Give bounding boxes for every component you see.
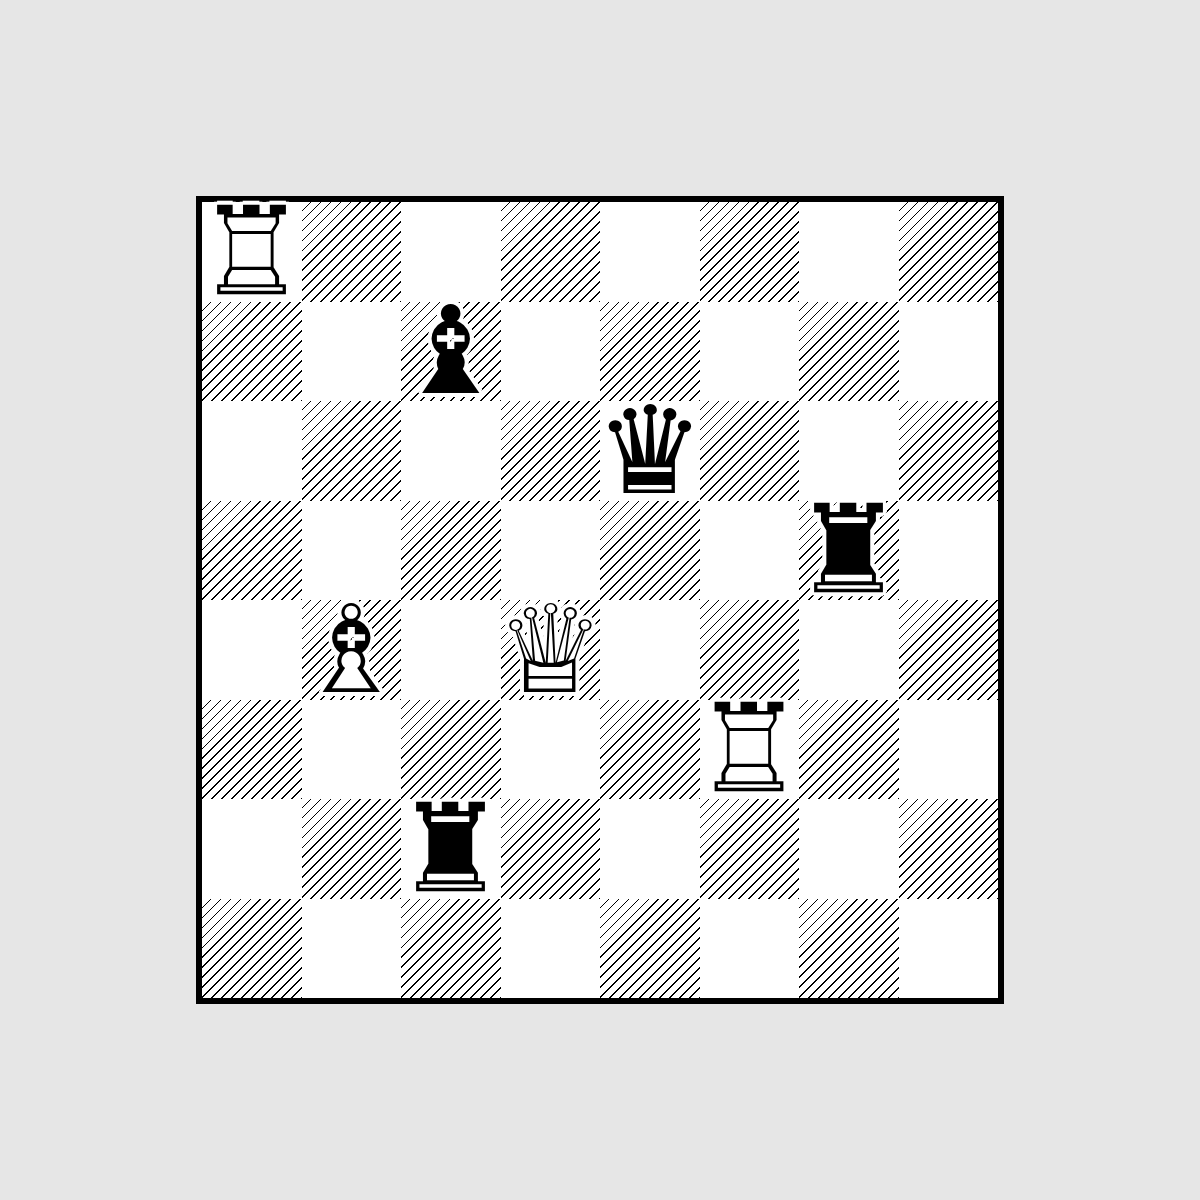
square-d2[interactable] bbox=[501, 799, 601, 899]
square-c2[interactable]: ♜♜ bbox=[401, 799, 501, 899]
square-h5[interactable] bbox=[899, 501, 999, 601]
square-c6[interactable] bbox=[401, 401, 501, 501]
square-d4[interactable]: ♛♕ bbox=[501, 600, 601, 700]
square-d8[interactable] bbox=[501, 202, 601, 302]
square-a1[interactable] bbox=[202, 899, 302, 999]
square-f7[interactable] bbox=[700, 302, 800, 402]
piece-white-rook-f3[interactable]: ♜♖ bbox=[700, 700, 800, 800]
black-queen-icon: ♛ bbox=[595, 390, 704, 512]
square-e6[interactable]: ♛♛ bbox=[600, 401, 700, 501]
square-b2[interactable] bbox=[302, 799, 402, 899]
square-e1[interactable] bbox=[600, 899, 700, 999]
white-rook-icon: ♖ bbox=[197, 191, 306, 313]
square-c7[interactable]: ♝♝ bbox=[401, 302, 501, 402]
page-background: ♜♖♝♝♛♛♜♜♝♗♛♕♜♖♜♜ bbox=[0, 0, 1200, 1200]
square-f2[interactable] bbox=[700, 799, 800, 899]
square-h3[interactable] bbox=[899, 700, 999, 800]
piece-black-rook-g5[interactable]: ♜♜ bbox=[799, 501, 899, 601]
square-d1[interactable] bbox=[501, 899, 601, 999]
square-c4[interactable] bbox=[401, 600, 501, 700]
square-c1[interactable] bbox=[401, 899, 501, 999]
square-h1[interactable] bbox=[899, 899, 999, 999]
chess-board: ♜♖♝♝♛♛♜♜♝♗♛♕♜♖♜♜ bbox=[196, 196, 1004, 1004]
black-rook-icon: ♜ bbox=[794, 489, 903, 611]
piece-white-queen-d4[interactable]: ♛♕ bbox=[501, 600, 601, 700]
square-a3[interactable] bbox=[202, 700, 302, 800]
square-d3[interactable] bbox=[501, 700, 601, 800]
square-g1[interactable] bbox=[799, 899, 899, 999]
square-e2[interactable] bbox=[600, 799, 700, 899]
square-c8[interactable] bbox=[401, 202, 501, 302]
square-d7[interactable] bbox=[501, 302, 601, 402]
square-b5[interactable] bbox=[302, 501, 402, 601]
square-e8[interactable] bbox=[600, 202, 700, 302]
white-rook-halo: ♜ bbox=[197, 191, 306, 313]
square-g3[interactable] bbox=[799, 700, 899, 800]
square-a4[interactable] bbox=[202, 600, 302, 700]
black-rook-icon: ♜ bbox=[396, 788, 505, 910]
square-f6[interactable] bbox=[700, 401, 800, 501]
piece-black-rook-c2[interactable]: ♜♜ bbox=[401, 799, 501, 899]
square-g7[interactable] bbox=[799, 302, 899, 402]
square-c3[interactable] bbox=[401, 700, 501, 800]
piece-black-queen-e6[interactable]: ♛♛ bbox=[600, 401, 700, 501]
square-c5[interactable] bbox=[401, 501, 501, 601]
square-b4[interactable]: ♝♗ bbox=[302, 600, 402, 700]
square-e7[interactable] bbox=[600, 302, 700, 402]
black-queen-halo: ♛ bbox=[595, 390, 704, 512]
black-bishop-icon: ♝ bbox=[396, 290, 505, 412]
square-g2[interactable] bbox=[799, 799, 899, 899]
square-f3[interactable]: ♜♖ bbox=[700, 700, 800, 800]
white-bishop-icon: ♗ bbox=[297, 589, 406, 711]
piece-white-rook-a8[interactable]: ♜♖ bbox=[202, 202, 302, 302]
piece-white-bishop-b4[interactable]: ♝♗ bbox=[302, 600, 402, 700]
square-h4[interactable] bbox=[899, 600, 999, 700]
square-g6[interactable] bbox=[799, 401, 899, 501]
black-rook-halo: ♜ bbox=[794, 489, 903, 611]
square-f8[interactable] bbox=[700, 202, 800, 302]
square-b6[interactable] bbox=[302, 401, 402, 501]
white-rook-halo: ♜ bbox=[695, 688, 804, 810]
square-d6[interactable] bbox=[501, 401, 601, 501]
square-e4[interactable] bbox=[600, 600, 700, 700]
square-a6[interactable] bbox=[202, 401, 302, 501]
square-h7[interactable] bbox=[899, 302, 999, 402]
square-h8[interactable] bbox=[899, 202, 999, 302]
white-queen-icon: ♕ bbox=[496, 589, 605, 711]
square-d5[interactable] bbox=[501, 501, 601, 601]
square-a8[interactable]: ♜♖ bbox=[202, 202, 302, 302]
square-a2[interactable] bbox=[202, 799, 302, 899]
square-f4[interactable] bbox=[700, 600, 800, 700]
square-h6[interactable] bbox=[899, 401, 999, 501]
square-f5[interactable] bbox=[700, 501, 800, 601]
black-rook-halo: ♜ bbox=[396, 788, 505, 910]
square-a5[interactable] bbox=[202, 501, 302, 601]
square-g5[interactable]: ♜♜ bbox=[799, 501, 899, 601]
square-h2[interactable] bbox=[899, 799, 999, 899]
square-b3[interactable] bbox=[302, 700, 402, 800]
white-queen-halo: ♛ bbox=[496, 589, 605, 711]
square-f1[interactable] bbox=[700, 899, 800, 999]
square-g4[interactable] bbox=[799, 600, 899, 700]
chess-board-grid: ♜♖♝♝♛♛♜♜♝♗♛♕♜♖♜♜ bbox=[202, 202, 998, 998]
piece-black-bishop-c7[interactable]: ♝♝ bbox=[401, 302, 501, 402]
white-bishop-halo: ♝ bbox=[297, 589, 406, 711]
square-b1[interactable] bbox=[302, 899, 402, 999]
black-bishop-halo: ♝ bbox=[396, 290, 505, 412]
square-a7[interactable] bbox=[202, 302, 302, 402]
square-g8[interactable] bbox=[799, 202, 899, 302]
square-e3[interactable] bbox=[600, 700, 700, 800]
square-b7[interactable] bbox=[302, 302, 402, 402]
white-rook-icon: ♖ bbox=[695, 688, 804, 810]
square-e5[interactable] bbox=[600, 501, 700, 601]
square-b8[interactable] bbox=[302, 202, 402, 302]
